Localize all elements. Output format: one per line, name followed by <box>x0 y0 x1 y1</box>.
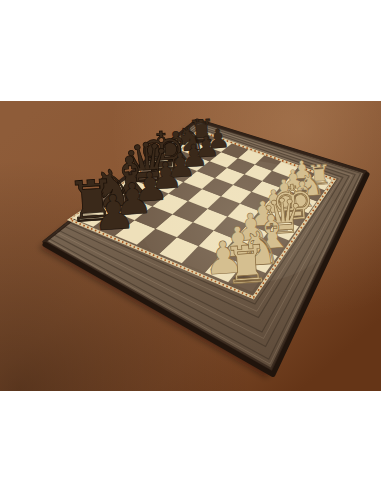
piece-white-rook: ♜ <box>221 233 271 296</box>
piece-black-pawn: ♟ <box>90 184 136 242</box>
photo-area: ♜♟♞♟♝♟♚♟♟♛♜♟♟♝♞♟♟♞♝♟♟♜♚♟♟♛♟♝♟♞♟♜ <box>0 101 381 391</box>
page: ♜♟♞♟♝♟♚♟♟♛♜♟♟♝♞♟♟♞♝♟♟♜♚♟♟♛♟♝♟♞♟♜ <box>0 0 381 492</box>
chess-photo: ♜♟♞♟♝♟♚♟♟♛♜♟♟♝♞♟♟♞♝♟♟♜♚♟♟♛♟♝♟♞♟♜ <box>0 0 381 492</box>
